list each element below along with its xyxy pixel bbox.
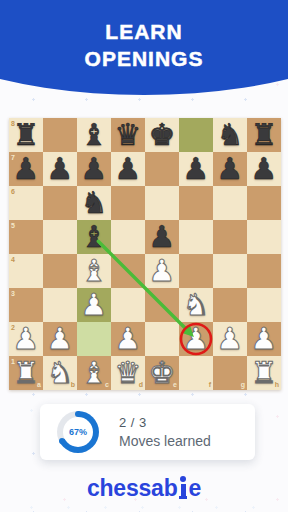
square-a7[interactable]: 7♟ [9, 152, 43, 186]
square-e2[interactable] [145, 322, 179, 356]
square-f6[interactable] [179, 186, 213, 220]
progress-percent: 67% [69, 427, 87, 437]
piece-white-rook-h1[interactable]: ♜ [251, 356, 278, 390]
piece-black-bishop-c8[interactable]: ♝ [81, 118, 108, 152]
piece-white-bishop-c4[interactable]: ♝ [81, 254, 108, 288]
square-h6[interactable] [247, 186, 281, 220]
square-h7[interactable]: ♟ [247, 152, 281, 186]
logo-pawn-icon [179, 476, 187, 499]
file-label-f: f [209, 381, 211, 388]
moves-caption: Moves learned [119, 433, 211, 449]
square-e6[interactable] [145, 186, 179, 220]
square-f5[interactable] [179, 220, 213, 254]
square-f3[interactable]: ♞ [179, 288, 213, 322]
piece-black-bishop-c5[interactable]: ♝ [81, 220, 108, 254]
square-f4[interactable] [179, 254, 213, 288]
square-c8[interactable]: ♝ [77, 118, 111, 152]
square-a4[interactable]: 4 [9, 254, 43, 288]
square-d6[interactable] [111, 186, 145, 220]
square-e5[interactable]: ♟ [145, 220, 179, 254]
square-c5[interactable]: ♝ [77, 220, 111, 254]
square-h3[interactable] [247, 288, 281, 322]
moves-count: 2 / 3 [119, 415, 211, 430]
file-label-d: d [139, 381, 143, 388]
file-label-b: b [71, 381, 75, 388]
square-g5[interactable] [213, 220, 247, 254]
square-f7[interactable]: ♟ [179, 152, 213, 186]
piece-black-rook-a8[interactable]: ♜ [13, 118, 40, 152]
square-e8[interactable]: ♚ [145, 118, 179, 152]
logo-prefix: chessab [87, 475, 178, 501]
piece-white-king-e1[interactable]: ♚ [149, 356, 176, 390]
rank-label-3: 3 [11, 290, 15, 297]
square-d4[interactable] [111, 254, 145, 288]
square-c4[interactable]: ♝ [77, 254, 111, 288]
square-g8[interactable]: ♞ [213, 118, 247, 152]
pawn-head [180, 476, 186, 482]
chess-board[interactable]: 8♜♝♛♚♞♜7♟♟♟♟♟♟♟6♞5♝♟4♝♟3♟♞2♟♟♟♟♟♟1a♜b♞c♝… [9, 118, 281, 390]
square-b6[interactable] [43, 186, 77, 220]
file-label-c: c [105, 381, 109, 388]
logo-suffix: e [189, 475, 202, 501]
square-g3[interactable] [213, 288, 247, 322]
piece-black-queen-d8[interactable]: ♛ [115, 118, 142, 152]
square-d3[interactable] [111, 288, 145, 322]
file-label-g: g [241, 381, 245, 388]
square-e7[interactable] [145, 152, 179, 186]
banner-title-line2: OPENINGS [0, 45, 288, 72]
file-label-a: a [37, 381, 41, 388]
piece-black-pawn-b7[interactable]: ♟ [47, 152, 74, 186]
piece-black-pawn-c7[interactable]: ♟ [81, 152, 108, 186]
piece-black-knight-g8[interactable]: ♞ [217, 118, 244, 152]
square-e1[interactable]: e♚ [145, 356, 179, 390]
banner-title: LEARN OPENINGS [0, 18, 288, 72]
rank-label-7: 7 [11, 154, 15, 161]
square-c1[interactable]: c♝ [77, 356, 111, 390]
square-b2[interactable]: ♟ [43, 322, 77, 356]
square-c6[interactable]: ♞ [77, 186, 111, 220]
square-b5[interactable] [43, 220, 77, 254]
square-b1[interactable]: b♞ [43, 356, 77, 390]
square-a6[interactable]: 6 [9, 186, 43, 220]
square-e4[interactable]: ♟ [145, 254, 179, 288]
square-d7[interactable]: ♟ [111, 152, 145, 186]
file-label-h: h [275, 381, 279, 388]
piece-white-pawn-b2[interactable]: ♟ [47, 322, 74, 356]
pawn-base [179, 496, 187, 500]
piece-black-pawn-f7[interactable]: ♟ [183, 152, 210, 186]
piece-white-knight-b1[interactable]: ♞ [47, 356, 74, 390]
piece-black-pawn-e5[interactable]: ♟ [149, 220, 176, 254]
ring-cap-end [59, 438, 65, 444]
square-d2[interactable]: ♟ [111, 322, 145, 356]
square-a8[interactable]: 8♜ [9, 118, 43, 152]
square-b7[interactable]: ♟ [43, 152, 77, 186]
rank-label-6: 6 [11, 188, 15, 195]
rank-label-1: 1 [11, 358, 15, 365]
piece-white-bishop-c1[interactable]: ♝ [81, 356, 108, 390]
square-c7[interactable]: ♟ [77, 152, 111, 186]
square-h8[interactable]: ♜ [247, 118, 281, 152]
square-g1[interactable]: g [213, 356, 247, 390]
rank-label-8: 8 [11, 120, 15, 127]
piece-white-pawn-a2[interactable]: ♟ [13, 322, 40, 356]
progress-text: 2 / 3 Moves learned [119, 415, 211, 449]
square-a2[interactable]: 2♟ [9, 322, 43, 356]
rank-label-5: 5 [11, 222, 15, 229]
piece-white-pawn-d2[interactable]: ♟ [115, 322, 142, 356]
square-d5[interactable] [111, 220, 145, 254]
square-f1[interactable]: f [179, 356, 213, 390]
piece-black-knight-c6[interactable]: ♞ [81, 186, 108, 220]
banner-title-line1: LEARN [0, 18, 288, 45]
square-g2[interactable]: ♟ [213, 322, 247, 356]
square-g6[interactable] [213, 186, 247, 220]
square-d8[interactable]: ♛ [111, 118, 145, 152]
square-b8[interactable] [43, 118, 77, 152]
piece-white-pawn-h2[interactable]: ♟ [251, 322, 278, 356]
square-a3[interactable]: 3 [9, 288, 43, 322]
piece-white-pawn-c3[interactable]: ♟ [81, 288, 108, 322]
square-g7[interactable]: ♟ [213, 152, 247, 186]
square-a1[interactable]: 1a♜ [9, 356, 43, 390]
piece-black-rook-h8[interactable]: ♜ [251, 118, 278, 152]
square-a5[interactable]: 5 [9, 220, 43, 254]
piece-white-knight-f3[interactable]: ♞ [183, 288, 210, 322]
square-b4[interactable] [43, 254, 77, 288]
piece-white-pawn-f2[interactable]: ♟ [183, 322, 210, 356]
piece-black-pawn-g7[interactable]: ♟ [217, 152, 244, 186]
progress-card: 67% 2 / 3 Moves learned [40, 404, 255, 460]
square-b3[interactable] [43, 288, 77, 322]
file-label-e: e [173, 381, 177, 388]
piece-white-rook-a1[interactable]: ♜ [13, 356, 40, 390]
square-f8[interactable] [179, 118, 213, 152]
app-screen: LEARN OPENINGS 8♜♝♛♚♞♜7♟♟♟♟♟♟♟6♞5♝♟4♝♟3♟… [0, 0, 288, 512]
square-h2[interactable]: ♟ [247, 322, 281, 356]
rank-label-2: 2 [11, 324, 15, 331]
piece-black-pawn-h7[interactable]: ♟ [251, 152, 278, 186]
chessable-logo: chessabe [0, 475, 288, 502]
square-f2[interactable]: ♟ [179, 322, 213, 356]
piece-white-pawn-e4[interactable]: ♟ [149, 254, 176, 288]
square-d1[interactable]: d♛ [111, 356, 145, 390]
progress-ring-hole: 67% [63, 417, 93, 447]
ring-cap-start [75, 411, 81, 417]
piece-black-king-e8[interactable]: ♚ [149, 118, 176, 152]
rank-label-4: 4 [11, 256, 15, 263]
square-g4[interactable] [213, 254, 247, 288]
piece-white-pawn-g2[interactable]: ♟ [217, 322, 244, 356]
pawn-stem [181, 484, 186, 496]
square-e3[interactable] [145, 288, 179, 322]
piece-black-pawn-a7[interactable]: ♟ [13, 152, 40, 186]
square-h4[interactable] [247, 254, 281, 288]
square-h1[interactable]: h♜ [247, 356, 281, 390]
square-c2[interactable] [77, 322, 111, 356]
piece-black-pawn-d7[interactable]: ♟ [115, 152, 142, 186]
square-h5[interactable] [247, 220, 281, 254]
square-c3[interactable]: ♟ [77, 288, 111, 322]
progress-ring: 67% [57, 411, 99, 453]
piece-white-queen-d1[interactable]: ♛ [115, 356, 142, 390]
